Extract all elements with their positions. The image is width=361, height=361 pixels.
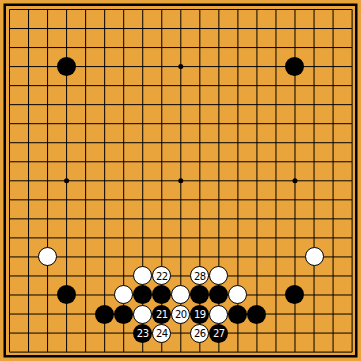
stone-white-move-20: 20: [171, 305, 190, 324]
go-board: 222821201923242627: [0, 0, 361, 361]
hoshi-point: [292, 178, 297, 183]
stone-white-move-24: 24: [152, 324, 171, 343]
stone-black: [247, 305, 266, 324]
move-number: 20: [175, 310, 187, 320]
hoshi-point: [178, 64, 183, 69]
move-number: 28: [194, 271, 206, 281]
move-number: 22: [156, 271, 168, 281]
stone-white: [305, 247, 324, 266]
move-number: 23: [137, 329, 149, 339]
stone-black: [95, 305, 114, 324]
move-number: 27: [213, 329, 225, 339]
move-number: 26: [194, 329, 206, 339]
move-number: 19: [194, 310, 206, 320]
hoshi-point: [64, 178, 69, 183]
stone-black: [114, 305, 133, 324]
stone-black-move-23: 23: [133, 324, 152, 343]
stone-white-move-26: 26: [190, 324, 209, 343]
hoshi-point: [178, 178, 183, 183]
move-number: 21: [156, 310, 168, 320]
stone-black-move-19: 19: [190, 305, 209, 324]
stone-black-move-27: 27: [209, 324, 228, 343]
stone-white: [133, 305, 152, 324]
move-number: 24: [156, 329, 168, 339]
stone-black-move-21: 21: [152, 305, 171, 324]
stone-white: [209, 305, 228, 324]
stone-black: [228, 305, 247, 324]
